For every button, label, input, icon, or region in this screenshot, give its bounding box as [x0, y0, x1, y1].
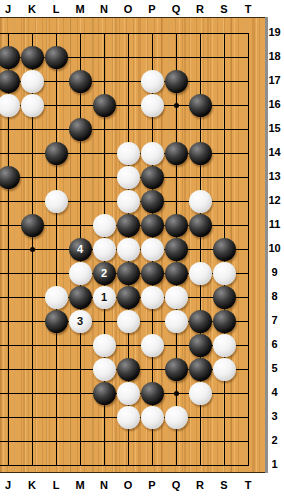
row-label-5: 5 [265, 360, 284, 376]
stone-white-L8 [45, 286, 68, 309]
star-point-K10 [30, 247, 35, 252]
column-label-S-bottom: S [220, 479, 227, 490]
grid-hline-row-19 [0, 33, 249, 34]
stone-black-K18 [21, 46, 44, 69]
column-label-K-top: K [28, 3, 36, 14]
go-board: 4213 [0, 17, 265, 473]
stone-white-K16 [21, 94, 44, 117]
row-label-6: 6 [265, 336, 284, 352]
row-label-15: 15 [265, 120, 284, 136]
star-point-Q4 [174, 391, 179, 396]
grid-vline-col-L [56, 33, 57, 466]
column-label-R-top: R [196, 3, 204, 14]
move-number-label: 1 [101, 292, 107, 303]
stone-white-R12 [189, 190, 212, 213]
row-label-10: 10 [265, 240, 284, 256]
row-label-2: 2 [265, 432, 284, 448]
stone-white-R9 [189, 262, 212, 285]
stone-black-P12 [141, 190, 164, 213]
column-label-O-top: O [124, 3, 133, 14]
stone-black-P4 [141, 382, 164, 405]
stone-white-P10 [141, 238, 164, 261]
stone-black-S10 [213, 238, 236, 261]
bottom-coordinate-labels: JKLMNOPQRST [0, 476, 284, 493]
column-label-P-bottom: P [148, 479, 155, 490]
row-label-13: 13 [265, 168, 284, 184]
column-label-T-bottom: T [245, 479, 252, 490]
stone-black-P9 [141, 262, 164, 285]
stone-black-Q17 [165, 70, 188, 93]
stone-white-N6 [93, 334, 116, 357]
stone-black-Q9 [165, 262, 188, 285]
stone-black-O9 [117, 262, 140, 285]
stone-white-R4 [189, 382, 212, 405]
column-label-T-top: T [245, 3, 252, 14]
right-row-number-labels: 19181716151413121110987654321 [265, 17, 284, 473]
stone-black-K11 [21, 214, 44, 237]
stone-white-P8 [141, 286, 164, 309]
column-label-L-bottom: L [53, 479, 60, 490]
grid-hline-row-1 [0, 465, 249, 466]
stone-black-Q10 [165, 238, 188, 261]
stone-black-P13 [141, 166, 164, 189]
stone-white-P3 [141, 406, 164, 429]
stone-white-N5 [93, 358, 116, 381]
stone-black-M8 [69, 286, 92, 309]
stone-white-P6 [141, 334, 164, 357]
stone-black-M17 [69, 70, 92, 93]
row-label-17: 17 [265, 72, 284, 88]
row-label-4: 4 [265, 384, 284, 400]
stone-white-O4 [117, 382, 140, 405]
column-label-O-bottom: O [124, 479, 133, 490]
stone-white-L12 [45, 190, 68, 213]
stone-white-K17 [21, 70, 44, 93]
column-label-M-top: M [75, 3, 84, 14]
column-label-J-bottom: J [5, 479, 11, 490]
stone-black-N4 [93, 382, 116, 405]
go-diagram-screen: JKLMNOPQRST 4213 19181716151413121110987… [0, 0, 284, 500]
stone-black-S7 [213, 310, 236, 333]
row-label-1: 1 [265, 456, 284, 472]
row-label-18: 18 [265, 48, 284, 64]
stone-black-P11 [141, 214, 164, 237]
stone-black-R5 [189, 358, 212, 381]
stone-black-S8 [213, 286, 236, 309]
stone-white-move-1-N8: 1 [93, 286, 116, 309]
stone-black-L7 [45, 310, 68, 333]
star-point-Q16 [174, 103, 179, 108]
stone-black-J13 [0, 166, 20, 189]
stone-white-O14 [117, 142, 140, 165]
column-label-N-bottom: N [100, 479, 108, 490]
stone-white-N10 [93, 238, 116, 261]
stone-white-O7 [117, 310, 140, 333]
stone-black-O5 [117, 358, 140, 381]
stone-black-J17 [0, 70, 20, 93]
stone-white-move-3-M7: 3 [69, 310, 92, 333]
top-coordinate-labels: JKLMNOPQRST [0, 0, 284, 17]
stone-white-P16 [141, 94, 164, 117]
row-label-11: 11 [265, 216, 284, 232]
stone-white-Q3 [165, 406, 188, 429]
stone-black-Q14 [165, 142, 188, 165]
row-label-7: 7 [265, 312, 284, 328]
stone-black-R16 [189, 94, 212, 117]
stone-black-N16 [93, 94, 116, 117]
stone-black-O8 [117, 286, 140, 309]
column-label-M-bottom: M [75, 479, 84, 490]
row-label-9: 9 [265, 264, 284, 280]
stone-white-S6 [213, 334, 236, 357]
stone-black-move-2-N9: 2 [93, 262, 116, 285]
column-label-K-bottom: K [28, 479, 36, 490]
grid-hline-row-15 [0, 129, 249, 130]
move-number-label: 4 [77, 244, 83, 255]
stone-white-J16 [0, 94, 20, 117]
row-label-12: 12 [265, 192, 284, 208]
stone-black-Q5 [165, 358, 188, 381]
column-label-N-top: N [100, 3, 108, 14]
move-number-label: 2 [101, 268, 107, 279]
stone-white-O10 [117, 238, 140, 261]
stone-black-J18 [0, 46, 20, 69]
row-label-16: 16 [265, 96, 284, 112]
move-number-label: 3 [77, 316, 83, 327]
stone-white-O3 [117, 406, 140, 429]
row-label-14: 14 [265, 144, 284, 160]
grid-hline-row-2 [0, 441, 249, 442]
stone-white-N11 [93, 214, 116, 237]
stone-black-Q11 [165, 214, 188, 237]
stone-white-S9 [213, 262, 236, 285]
column-label-S-top: S [220, 3, 227, 14]
column-label-P-top: P [148, 3, 155, 14]
column-label-R-bottom: R [196, 479, 204, 490]
stone-white-Q7 [165, 310, 188, 333]
stone-white-P17 [141, 70, 164, 93]
stone-black-O11 [117, 214, 140, 237]
stone-white-O12 [117, 190, 140, 213]
stone-black-R7 [189, 310, 212, 333]
stone-black-R14 [189, 142, 212, 165]
row-label-19: 19 [265, 24, 284, 40]
stone-white-M9 [69, 262, 92, 285]
stone-black-L14 [45, 142, 68, 165]
stone-black-L18 [45, 46, 68, 69]
grid-hline-row-6 [0, 345, 249, 346]
grid-vline-col-T [248, 33, 249, 466]
stone-black-R11 [189, 214, 212, 237]
stone-black-move-4-M10: 4 [69, 238, 92, 261]
column-label-J-top: J [5, 3, 11, 14]
column-label-Q-top: Q [172, 3, 181, 14]
column-label-Q-bottom: Q [172, 479, 181, 490]
row-label-8: 8 [265, 288, 284, 304]
stone-white-S5 [213, 358, 236, 381]
column-label-L-top: L [53, 3, 60, 14]
stone-black-R6 [189, 334, 212, 357]
row-label-3: 3 [265, 408, 284, 424]
stone-white-O13 [117, 166, 140, 189]
stone-black-M15 [69, 118, 92, 141]
stone-white-Q8 [165, 286, 188, 309]
stone-white-P14 [141, 142, 164, 165]
